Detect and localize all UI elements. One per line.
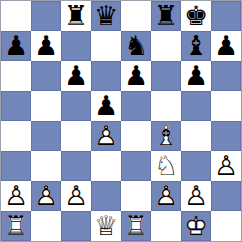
black-rook-glyph: ♜ bbox=[152, 1, 180, 29]
piece-black-rook[interactable]: ♜ bbox=[61, 1, 91, 31]
black-pawn-glyph: ♟ bbox=[61, 60, 91, 90]
square-c2[interactable]: ♟♙ bbox=[61, 181, 91, 211]
square-e4[interactable] bbox=[121, 121, 151, 151]
black-pawn-glyph: ♟ bbox=[31, 30, 61, 60]
piece-black-pawn[interactable]: ♟ bbox=[91, 91, 121, 121]
white-pawn-outline-glyph: ♙ bbox=[61, 180, 91, 210]
piece-black-knight[interactable]: ♞ bbox=[122, 32, 150, 60]
white-pawn-outline-glyph: ♙ bbox=[1, 180, 31, 210]
square-g7[interactable]: ♝ bbox=[181, 31, 211, 61]
square-d8[interactable]: ♛ bbox=[91, 1, 121, 31]
square-a7[interactable]: ♟ bbox=[1, 31, 31, 61]
square-c1[interactable] bbox=[61, 211, 91, 241]
piece-black-king[interactable]: ♚ bbox=[181, 1, 211, 31]
square-b1[interactable] bbox=[31, 211, 61, 241]
square-a2[interactable]: ♟♙ bbox=[1, 181, 31, 211]
white-bishop-outline-glyph: ♗ bbox=[152, 121, 180, 149]
chess-board-container: ♜♛♜♚♟♟♞♝♟♟♟♟♟♟♙♝♗♞♘♟♙♟♙♟♙♟♙♟♙♟♙♜♖♛♕♜♖♚♔ bbox=[0, 0, 242, 242]
square-g3[interactable] bbox=[181, 151, 211, 181]
black-pawn-glyph: ♟ bbox=[211, 30, 241, 60]
square-f7[interactable] bbox=[151, 31, 181, 61]
square-b8[interactable] bbox=[31, 1, 61, 31]
piece-white-pawn[interactable]: ♟♙ bbox=[1, 181, 31, 211]
piece-black-pawn[interactable]: ♟ bbox=[211, 31, 241, 61]
square-g4[interactable] bbox=[181, 121, 211, 151]
black-pawn-glyph: ♟ bbox=[2, 31, 30, 59]
piece-black-rook[interactable]: ♜ bbox=[152, 2, 180, 30]
white-rook-outline-glyph: ♖ bbox=[122, 211, 150, 239]
square-f2[interactable]: ♟♙ bbox=[151, 181, 181, 211]
black-pawn-glyph: ♟ bbox=[121, 60, 151, 90]
square-d3[interactable] bbox=[91, 151, 121, 181]
square-g1[interactable]: ♚♔ bbox=[181, 211, 211, 241]
square-e1[interactable]: ♜♖ bbox=[121, 211, 151, 241]
piece-white-pawn[interactable]: ♟♙ bbox=[211, 151, 241, 181]
square-d2[interactable] bbox=[91, 181, 121, 211]
square-b3[interactable] bbox=[31, 151, 61, 181]
square-c8[interactable]: ♜ bbox=[61, 1, 91, 31]
square-b2[interactable]: ♟♙ bbox=[31, 181, 61, 211]
black-bishop-glyph: ♝ bbox=[182, 31, 210, 59]
square-e3[interactable] bbox=[121, 151, 151, 181]
square-h1[interactable] bbox=[211, 211, 241, 241]
piece-white-knight[interactable]: ♞♘ bbox=[151, 151, 181, 181]
square-a1[interactable]: ♜♖ bbox=[1, 211, 31, 241]
piece-black-pawn[interactable]: ♟ bbox=[181, 61, 211, 91]
piece-white-pawn[interactable]: ♟♙ bbox=[152, 182, 180, 210]
white-pawn-outline-glyph: ♙ bbox=[32, 181, 60, 209]
piece-white-rook[interactable]: ♜♖ bbox=[122, 212, 150, 240]
piece-black-pawn[interactable]: ♟ bbox=[31, 31, 61, 61]
square-a8[interactable] bbox=[1, 1, 31, 31]
square-e2[interactable] bbox=[121, 181, 151, 211]
square-f4[interactable]: ♝♗ bbox=[151, 121, 181, 151]
white-pawn-outline-glyph: ♙ bbox=[181, 180, 211, 210]
white-pawn-outline-glyph: ♙ bbox=[152, 181, 180, 209]
square-a3[interactable] bbox=[1, 151, 31, 181]
square-f1[interactable] bbox=[151, 211, 181, 241]
black-king-glyph: ♚ bbox=[181, 0, 211, 30]
square-h8[interactable] bbox=[211, 1, 241, 31]
square-g2[interactable]: ♟♙ bbox=[181, 181, 211, 211]
square-g6[interactable]: ♟ bbox=[181, 61, 211, 91]
square-b7[interactable]: ♟ bbox=[31, 31, 61, 61]
piece-black-pawn[interactable]: ♟ bbox=[61, 61, 91, 91]
square-g5[interactable] bbox=[181, 91, 211, 121]
black-pawn-glyph: ♟ bbox=[91, 90, 121, 120]
square-f3[interactable]: ♞♘ bbox=[151, 151, 181, 181]
black-pawn-glyph: ♟ bbox=[181, 60, 211, 90]
piece-black-queen[interactable]: ♛ bbox=[92, 2, 120, 30]
square-h5[interactable] bbox=[211, 91, 241, 121]
square-c7[interactable] bbox=[61, 31, 91, 61]
piece-white-pawn[interactable]: ♟♙ bbox=[181, 181, 211, 211]
piece-white-king[interactable]: ♚♔ bbox=[182, 212, 210, 240]
square-h7[interactable]: ♟ bbox=[211, 31, 241, 61]
piece-black-pawn[interactable]: ♟ bbox=[2, 32, 30, 60]
square-d7[interactable] bbox=[91, 31, 121, 61]
piece-white-pawn[interactable]: ♟♙ bbox=[61, 181, 91, 211]
square-g8[interactable]: ♚ bbox=[181, 1, 211, 31]
piece-white-bishop[interactable]: ♝♗ bbox=[152, 122, 180, 150]
square-b5[interactable] bbox=[31, 91, 61, 121]
square-f5[interactable] bbox=[151, 91, 181, 121]
chess-board: ♜♛♜♚♟♟♞♝♟♟♟♟♟♟♙♝♗♞♘♟♙♟♙♟♙♟♙♟♙♟♙♜♖♛♕♜♖♚♔ bbox=[0, 0, 242, 242]
square-a5[interactable] bbox=[1, 91, 31, 121]
white-queen-outline-glyph: ♕ bbox=[91, 210, 121, 240]
piece-black-bishop[interactable]: ♝ bbox=[182, 32, 210, 60]
black-queen-glyph: ♛ bbox=[92, 1, 120, 29]
square-e5[interactable] bbox=[121, 91, 151, 121]
piece-white-queen[interactable]: ♛♕ bbox=[91, 211, 121, 241]
white-pawn-outline-glyph: ♙ bbox=[211, 150, 241, 180]
square-e6[interactable]: ♟ bbox=[121, 61, 151, 91]
square-c5[interactable] bbox=[61, 91, 91, 121]
square-h6[interactable] bbox=[211, 61, 241, 91]
square-c3[interactable] bbox=[61, 151, 91, 181]
square-e7[interactable]: ♞ bbox=[121, 31, 151, 61]
square-e8[interactable] bbox=[121, 1, 151, 31]
white-rook-outline-glyph: ♖ bbox=[2, 211, 30, 239]
square-c6[interactable]: ♟ bbox=[61, 61, 91, 91]
square-d6[interactable] bbox=[91, 61, 121, 91]
white-king-outline-glyph: ♔ bbox=[182, 211, 210, 239]
square-d5[interactable]: ♟ bbox=[91, 91, 121, 121]
piece-white-rook[interactable]: ♜♖ bbox=[2, 212, 30, 240]
piece-black-pawn[interactable]: ♟ bbox=[121, 61, 151, 91]
square-f8[interactable]: ♜ bbox=[151, 1, 181, 31]
piece-white-pawn[interactable]: ♟♙ bbox=[32, 182, 60, 210]
white-pawn-outline-glyph: ♙ bbox=[92, 121, 120, 149]
black-rook-glyph: ♜ bbox=[61, 0, 91, 30]
white-knight-outline-glyph: ♘ bbox=[151, 150, 181, 180]
black-knight-glyph: ♞ bbox=[122, 31, 150, 59]
square-a4[interactable] bbox=[1, 121, 31, 151]
square-d1[interactable]: ♛♕ bbox=[91, 211, 121, 241]
square-f6[interactable] bbox=[151, 61, 181, 91]
square-h4[interactable] bbox=[211, 121, 241, 151]
square-b4[interactable] bbox=[31, 121, 61, 151]
square-b6[interactable] bbox=[31, 61, 61, 91]
square-c4[interactable] bbox=[61, 121, 91, 151]
piece-white-pawn[interactable]: ♟♙ bbox=[92, 122, 120, 150]
square-h2[interactable] bbox=[211, 181, 241, 211]
square-a6[interactable] bbox=[1, 61, 31, 91]
square-d4[interactable]: ♟♙ bbox=[91, 121, 121, 151]
square-h3[interactable]: ♟♙ bbox=[211, 151, 241, 181]
